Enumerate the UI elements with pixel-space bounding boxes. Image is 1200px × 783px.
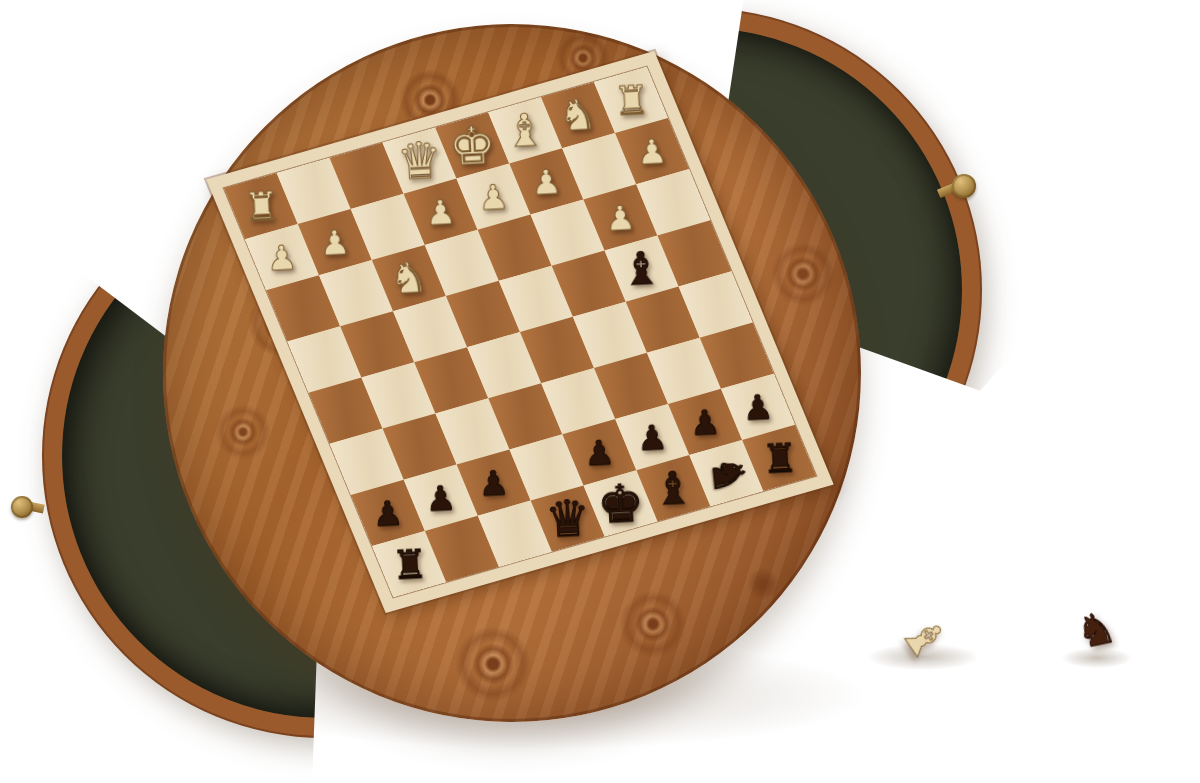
white-pawn[interactable]: ♟: [319, 224, 351, 260]
white-rook[interactable]: ♜: [242, 185, 280, 227]
black-knight-fallen[interactable]: ♞: [705, 453, 752, 496]
drawer-knob-right[interactable]: [952, 174, 976, 198]
black-pawn[interactable]: ♟: [583, 435, 615, 471]
drawer-knob-left[interactable]: [11, 496, 33, 518]
white-bishop[interactable]: ♝: [504, 107, 547, 154]
black-pawn[interactable]: ♟: [425, 480, 457, 516]
black-pawn[interactable]: ♟: [372, 495, 404, 531]
black-king[interactable]: ♚: [596, 476, 645, 530]
black-rook[interactable]: ♜: [390, 543, 428, 585]
black-pawn[interactable]: ♟: [478, 465, 510, 501]
white-king[interactable]: ♚: [448, 118, 497, 172]
black-bishop[interactable]: ♝: [620, 245, 663, 292]
black-bishop[interactable]: ♝: [652, 465, 695, 512]
white-pawn[interactable]: ♟: [636, 133, 668, 169]
loose-black-knight[interactable]: ♞: [1072, 604, 1120, 655]
black-pawn[interactable]: ♟: [742, 389, 774, 425]
white-pawn[interactable]: ♟: [477, 179, 509, 215]
white-knight[interactable]: ♞: [389, 256, 430, 301]
white-knight[interactable]: ♞: [558, 93, 599, 138]
white-pawn[interactable]: ♟: [530, 164, 562, 200]
white-pawn[interactable]: ♟: [604, 200, 636, 236]
white-pawn[interactable]: ♟: [424, 194, 456, 230]
white-rook[interactable]: ♜: [612, 79, 650, 121]
scene: ♜♛♚♝♞♜♟♟♟♟♟♟♞♟♝♟♟♟♟♟♟♟♜♛♚♝♞♜ ♝♞: [0, 0, 1200, 783]
white-pawn[interactable]: ♟: [266, 239, 298, 275]
black-queen[interactable]: ♛: [544, 492, 591, 544]
black-rook[interactable]: ♜: [760, 437, 798, 479]
black-pawn[interactable]: ♟: [689, 404, 721, 440]
black-pawn[interactable]: ♟: [636, 419, 668, 455]
white-queen[interactable]: ♛: [396, 134, 443, 186]
